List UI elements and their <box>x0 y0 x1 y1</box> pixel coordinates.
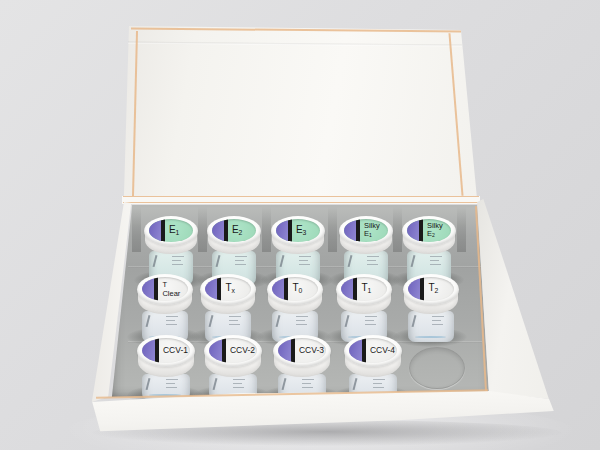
jar-cap: T1 <box>336 274 392 305</box>
divider-bar <box>224 219 228 242</box>
jar-label-disc: CCV-2 <box>209 338 257 363</box>
jar-body-print-line <box>233 387 244 388</box>
jar-body-print-line <box>299 256 311 257</box>
jar-label-line: E2 <box>427 230 443 240</box>
purple-stripe <box>407 219 419 242</box>
jar-label-disc: Tx <box>205 277 251 301</box>
divider-bar <box>161 219 165 242</box>
tray-divider-groove <box>393 206 402 252</box>
jar-body-print-line <box>373 383 382 384</box>
jar-label-text: T2 <box>428 282 438 296</box>
jar-cap: E1 <box>144 216 198 246</box>
jar-label-line: E2 <box>232 224 242 238</box>
jar-label-line: T1 <box>361 282 371 296</box>
jar-body-print-line <box>432 320 441 321</box>
jar-label-text: CCV-2 <box>230 346 255 356</box>
jar-label-line: CCV-1 <box>163 346 188 356</box>
jar-label-subscript: 2 <box>432 232 435 238</box>
divider-bar <box>284 277 288 301</box>
jar-label-subscript: 3 <box>303 228 307 235</box>
jar-label-line: T2 <box>428 282 438 296</box>
jar-cap: SilkyE2 <box>402 216 456 246</box>
tray-divider-groove <box>132 206 141 252</box>
jar-t2: T2 <box>403 274 459 355</box>
jar-body-print-line <box>166 324 177 325</box>
divider-bar <box>217 277 221 301</box>
hinge-trim-line-lower <box>123 202 480 204</box>
divider-bar <box>155 338 159 363</box>
jar-label-subscript: 2 <box>239 228 243 235</box>
jar-body-side-print <box>353 378 357 390</box>
jar-label-text: TClear <box>162 281 180 298</box>
jar-body-print-line <box>235 256 247 257</box>
divider-bar <box>288 219 292 242</box>
jar-cap: E3 <box>271 216 325 246</box>
jar-label-line: Tx <box>225 282 235 296</box>
jar-cap: SilkyE1 <box>339 216 393 246</box>
jar-label-text: T0 <box>292 282 302 296</box>
jar-body-side-print <box>412 315 416 327</box>
jar-label-disc: T1 <box>341 277 387 301</box>
tray-divider-groove <box>328 206 337 252</box>
jar-body-print-line <box>166 379 178 380</box>
jar-body-print-line <box>432 316 444 317</box>
tray-divider-groove <box>198 206 207 252</box>
jar-label-line: CCV-4 <box>370 346 395 356</box>
jar-body-print-line <box>172 256 184 257</box>
jar-body-print-line <box>302 387 313 388</box>
jar-label-subscript: 1 <box>369 232 372 238</box>
jar-body-print-line <box>166 383 175 384</box>
jar-label-text: Tx <box>225 282 235 296</box>
jar-body-print-line <box>235 260 244 261</box>
purple-stripe <box>272 277 284 301</box>
divider-bar <box>353 277 357 301</box>
jar-label-line: CCV-2 <box>230 346 255 356</box>
purple-stripe <box>408 277 420 301</box>
jar-label-text: E1 <box>169 224 179 238</box>
jar-body <box>408 311 454 342</box>
jar-cap: T2 <box>403 274 459 305</box>
jar-label-disc: T2 <box>408 277 454 301</box>
jar-label-subscript: x <box>232 287 235 294</box>
jar-label-subscript: 1 <box>368 287 372 294</box>
jar-body-side-print <box>146 378 150 390</box>
jar-body-print-line <box>166 316 178 317</box>
jar-body-print-line <box>166 387 177 388</box>
jar-label-disc: CCV-3 <box>278 338 326 363</box>
jar-body-side-print <box>348 255 352 267</box>
jar-label-text: SilkyE2 <box>427 221 443 239</box>
jar-body-print-line <box>166 320 175 321</box>
jar-body-print-line <box>299 264 310 265</box>
kit-box-photo: E1E2E3SilkyE1SilkyE2TClearTxT0T1T2CCV-1C… <box>0 0 600 450</box>
jar-body-print-line <box>367 260 376 261</box>
jar-body-print-line <box>430 264 441 265</box>
divider-bar <box>154 277 158 301</box>
jar-body-print-line <box>229 316 241 317</box>
purple-stripe <box>142 277 154 301</box>
jar-label-text: CCV-3 <box>299 346 324 356</box>
jar-body-print-line <box>430 256 442 257</box>
jar-body-side-print <box>216 255 220 267</box>
jar-label-text: CCV-1 <box>163 346 188 356</box>
jar-body-print-line <box>373 387 384 388</box>
divider-bar <box>362 338 366 363</box>
jar-body-print-line <box>296 320 305 321</box>
jar-body-side-print <box>280 255 284 267</box>
purple-stripe <box>212 219 224 242</box>
jar-body-print-line <box>172 260 181 261</box>
jar-label-line: E1 <box>364 230 380 240</box>
jar-label-line: T0 <box>292 282 302 296</box>
jar-body-print-line <box>365 320 374 321</box>
jar-body-print-line <box>430 260 439 261</box>
jar-cap: E2 <box>207 216 261 246</box>
jar-label-disc: TClear <box>142 277 188 301</box>
purple-stripe <box>209 338 222 363</box>
purple-stripe <box>149 219 161 242</box>
purple-stripe <box>349 338 362 363</box>
jar-body-print-line <box>296 316 308 317</box>
jar-cap: TClear <box>137 274 193 305</box>
purple-stripe <box>205 277 217 301</box>
jar-body-print-line <box>365 316 377 317</box>
divider-bar <box>420 277 424 301</box>
jar-label-disc: E2 <box>212 219 256 242</box>
jar-body-print-line <box>233 379 245 380</box>
jar-body-print-line <box>302 383 311 384</box>
jar-body-side-print <box>213 378 217 390</box>
jar-label-text: E3 <box>296 224 306 238</box>
box-lid-open <box>118 22 484 204</box>
jar-label-disc: E3 <box>276 219 320 242</box>
jar-cap: Tx <box>200 274 256 305</box>
jar-body-print-line <box>302 379 314 380</box>
jar-body-side-print <box>411 255 415 267</box>
jar-body-print-line <box>229 320 238 321</box>
jar-body-blue-wave <box>415 336 446 338</box>
empty-slot-recess <box>409 347 465 389</box>
jar-label-text: E2 <box>232 224 242 238</box>
divider-bar <box>222 338 226 363</box>
jar-label-subscript: 2 <box>435 287 439 294</box>
jar-body-side-print <box>345 315 349 327</box>
jar-body-side-print <box>146 315 150 327</box>
jar-label-text: CCV-4 <box>370 346 395 356</box>
jar-body-print-line <box>229 324 240 325</box>
jar-cap: T0 <box>267 274 323 305</box>
jar-label-subscript: 0 <box>299 287 303 294</box>
jar-body-print-line <box>172 264 183 265</box>
jar-label-disc: CCV-4 <box>349 338 397 363</box>
jar-label-text: T1 <box>361 282 371 296</box>
divider-bar <box>356 219 360 242</box>
purple-stripe <box>142 338 155 363</box>
jar-label-line: E3 <box>296 224 306 238</box>
jar-label-disc: SilkyE2 <box>407 219 451 242</box>
jar-label-disc: SilkyE1 <box>344 219 388 242</box>
jar-cap: CCV-1 <box>137 335 195 367</box>
jar-body-side-print <box>276 315 280 327</box>
jar-label-disc: T0 <box>272 277 318 301</box>
jar-body-print-line <box>365 324 376 325</box>
jar-label-disc: CCV-1 <box>142 338 190 363</box>
divider-bar <box>419 219 423 242</box>
jar-body-print-line <box>233 383 242 384</box>
jar-cap: CCV-3 <box>273 335 331 367</box>
jar-label-line: CCV-3 <box>299 346 324 356</box>
jar-body-print-line <box>296 324 307 325</box>
purple-stripe <box>278 338 291 363</box>
jar-body-side-print <box>153 255 157 267</box>
divider-bar <box>291 338 295 363</box>
jar-body-print-line <box>373 379 385 380</box>
jar-body-print-line <box>235 264 246 265</box>
jar-label-subscript: 1 <box>176 228 180 235</box>
hinge-trim-line-upper <box>123 196 479 197</box>
purple-stripe <box>344 219 356 242</box>
jar-body-side-print <box>209 315 213 327</box>
jar-body-print-line <box>367 264 378 265</box>
jar-body-side-print <box>282 378 286 390</box>
purple-stripe <box>341 277 353 301</box>
jar-label-text: SilkyE1 <box>364 221 380 239</box>
jar-body-print-line <box>367 256 379 257</box>
tray-divider-groove <box>457 206 466 252</box>
jar-label-disc: E1 <box>149 219 193 242</box>
jar-body-print-line <box>432 324 443 325</box>
purple-stripe <box>276 219 288 242</box>
tray-divider-groove <box>262 206 271 252</box>
jar-body-print-line <box>299 260 308 261</box>
jar-label-line: Clear <box>162 289 180 298</box>
jar-cap: CCV-2 <box>204 335 262 367</box>
jar-cap: CCV-4 <box>344 335 402 367</box>
jar-label-line: E1 <box>169 224 179 238</box>
